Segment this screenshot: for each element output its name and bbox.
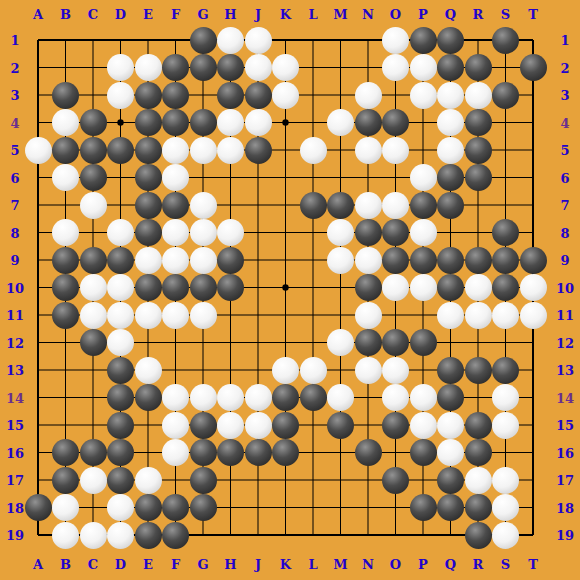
col-label-top-M[interactable]: M [333,8,347,21]
stone-black[interactable] [382,109,409,136]
stone-white[interactable] [355,192,382,219]
stone-white[interactable] [190,137,217,164]
stone-white[interactable] [190,219,217,246]
row-label-right-19[interactable]: 19 [556,529,574,542]
stone-black[interactable] [437,54,464,81]
stone-white[interactable] [107,494,134,521]
row-label-left-16[interactable]: 16 [6,446,24,459]
stone-black[interactable] [300,384,327,411]
stone-black[interactable] [410,329,437,356]
stone-black[interactable] [162,82,189,109]
stone-black[interactable] [492,219,519,246]
col-label-bottom-G[interactable]: G [197,558,208,571]
stone-black[interactable] [217,274,244,301]
col-label-bottom-B[interactable]: B [60,558,71,571]
row-label-right-17[interactable]: 17 [556,474,574,487]
stone-black[interactable] [107,384,134,411]
stone-black[interactable] [465,137,492,164]
stone-black[interactable] [437,467,464,494]
stone-black[interactable] [135,137,162,164]
stone-black[interactable] [135,494,162,521]
stone-black[interactable] [190,494,217,521]
stone-white[interactable] [162,412,189,439]
stone-white[interactable] [520,274,547,301]
hoshi-dot [117,119,123,125]
stone-white[interactable] [107,82,134,109]
stone-black[interactable] [465,54,492,81]
stone-white[interactable] [272,54,299,81]
stone-black[interactable] [135,219,162,246]
stone-black[interactable] [217,439,244,466]
stone-black[interactable] [437,274,464,301]
row-label-right-18[interactable]: 18 [556,501,574,514]
stone-black[interactable] [410,192,437,219]
stone-white[interactable] [245,54,272,81]
stone-white[interactable] [465,82,492,109]
stone-black[interactable] [465,494,492,521]
stone-white[interactable] [245,109,272,136]
stone-black[interactable] [520,247,547,274]
stone-black[interactable] [355,329,382,356]
stone-white[interactable] [52,109,79,136]
col-label-bottom-K[interactable]: K [280,558,291,571]
stone-black[interactable] [465,522,492,549]
stone-black[interactable] [437,164,464,191]
stone-black[interactable] [382,329,409,356]
stone-black[interactable] [382,412,409,439]
row-label-left-18[interactable]: 18 [6,501,24,514]
stone-black[interactable] [355,274,382,301]
stone-black[interactable] [437,357,464,384]
stone-white[interactable] [355,137,382,164]
stone-black[interactable] [107,137,134,164]
row-label-left-10[interactable]: 10 [6,281,24,294]
stone-white[interactable] [135,357,162,384]
stone-black[interactable] [135,192,162,219]
stone-white[interactable] [245,27,272,54]
stone-black[interactable] [245,439,272,466]
row-label-right-4[interactable]: 4 [560,116,569,129]
stone-black[interactable] [80,439,107,466]
stone-white[interactable] [135,247,162,274]
col-label-bottom-E[interactable]: E [143,558,153,571]
stone-white[interactable] [327,247,354,274]
stone-black[interactable] [492,27,519,54]
stone-black[interactable] [80,247,107,274]
stone-white[interactable] [52,494,79,521]
stone-white[interactable] [410,412,437,439]
stone-black[interactable] [465,109,492,136]
stone-black[interactable] [80,329,107,356]
stone-white[interactable] [382,357,409,384]
col-label-bottom-L[interactable]: L [308,558,317,571]
stone-white[interactable] [25,137,52,164]
stone-black[interactable] [80,137,107,164]
hoshi-dot [282,119,288,125]
col-label-bottom-R[interactable]: R [473,558,484,571]
stone-black[interactable] [465,247,492,274]
col-label-top-A[interactable]: A [33,8,43,21]
col-label-bottom-Q[interactable]: Q [445,558,456,571]
stone-black[interactable] [162,522,189,549]
col-label-top-R[interactable]: R [473,8,484,21]
stone-black[interactable] [52,247,79,274]
stone-black[interactable] [190,27,217,54]
stone-black[interactable] [492,274,519,301]
stone-black[interactable] [190,274,217,301]
stone-black[interactable] [437,247,464,274]
stone-black[interactable] [135,109,162,136]
col-label-top-Q[interactable]: Q [445,8,456,21]
col-label-bottom-N[interactable]: N [362,558,374,571]
stone-black[interactable] [492,247,519,274]
row-label-left-8[interactable]: 8 [10,226,19,239]
row-label-right-14[interactable]: 14 [556,391,574,404]
stone-black[interactable] [52,137,79,164]
stone-white[interactable] [80,522,107,549]
row-label-left-15[interactable]: 15 [6,419,24,432]
stone-black[interactable] [135,274,162,301]
stone-white[interactable] [80,192,107,219]
stone-black[interactable] [135,164,162,191]
col-label-bottom-F[interactable]: F [171,558,180,571]
stone-white[interactable] [327,109,354,136]
stone-black[interactable] [492,357,519,384]
stone-white[interactable] [217,137,244,164]
stone-white[interactable] [382,274,409,301]
col-label-top-P[interactable]: P [418,8,428,21]
stone-white[interactable] [107,329,134,356]
stone-black[interactable] [410,439,437,466]
stone-black[interactable] [190,109,217,136]
stone-black[interactable] [80,164,107,191]
stone-black[interactable] [410,27,437,54]
stone-black[interactable] [162,192,189,219]
row-label-right-11[interactable]: 11 [556,309,574,322]
stone-white[interactable] [52,522,79,549]
col-label-top-T[interactable]: T [528,8,538,21]
stone-white[interactable] [382,384,409,411]
stone-white[interactable] [162,439,189,466]
row-label-right-9[interactable]: 9 [560,254,569,267]
stone-black[interactable] [355,219,382,246]
col-label-bottom-D[interactable]: D [115,558,126,571]
stone-white[interactable] [382,27,409,54]
col-label-bottom-T[interactable]: T [528,558,538,571]
row-label-left-9[interactable]: 9 [10,254,19,267]
stone-white[interactable] [107,219,134,246]
stone-black[interactable] [465,412,492,439]
stone-white[interactable] [437,82,464,109]
stone-white[interactable] [492,302,519,329]
stone-white[interactable] [382,137,409,164]
stone-white[interactable] [382,54,409,81]
stone-white[interactable] [437,439,464,466]
stone-white[interactable] [162,137,189,164]
stone-white[interactable] [80,302,107,329]
col-label-top-E[interactable]: E [143,8,153,21]
col-label-top-O[interactable]: O [390,8,401,21]
stone-black[interactable] [162,274,189,301]
stone-white[interactable] [492,467,519,494]
col-label-bottom-M[interactable]: M [333,558,347,571]
stone-white[interactable] [410,82,437,109]
stone-black[interactable] [355,439,382,466]
row-label-left-7[interactable]: 7 [10,199,19,212]
stone-white[interactable] [162,302,189,329]
stone-black[interactable] [135,82,162,109]
stone-white[interactable] [492,412,519,439]
stone-black[interactable] [107,412,134,439]
stone-white[interactable] [52,164,79,191]
stone-white[interactable] [437,137,464,164]
stone-white[interactable] [410,384,437,411]
row-label-left-3[interactable]: 3 [10,89,19,102]
stone-white[interactable] [355,357,382,384]
col-label-bottom-J[interactable]: J [255,558,261,571]
stone-white[interactable] [327,384,354,411]
stone-black[interactable] [217,54,244,81]
stone-white[interactable] [300,137,327,164]
stone-white[interactable] [437,109,464,136]
stone-black[interactable] [52,302,79,329]
stone-white[interactable] [162,384,189,411]
stone-white[interactable] [355,302,382,329]
row-label-right-16[interactable]: 16 [556,446,574,459]
stone-white[interactable] [162,247,189,274]
stone-black[interactable] [465,439,492,466]
stone-black[interactable] [52,467,79,494]
stone-white[interactable] [52,219,79,246]
stone-white[interactable] [245,384,272,411]
stone-black[interactable] [190,54,217,81]
stone-white[interactable] [217,27,244,54]
stone-white[interactable] [217,219,244,246]
stone-white[interactable] [217,109,244,136]
row-label-right-12[interactable]: 12 [556,336,574,349]
col-label-bottom-O[interactable]: O [390,558,401,571]
stone-white[interactable] [190,384,217,411]
row-label-left-11[interactable]: 11 [6,309,24,322]
stone-black[interactable] [437,192,464,219]
row-label-left-19[interactable]: 19 [6,529,24,542]
stone-black[interactable] [52,439,79,466]
stone-white[interactable] [162,164,189,191]
row-label-right-5[interactable]: 5 [560,144,569,157]
stone-white[interactable] [107,302,134,329]
stone-white[interactable] [327,329,354,356]
col-label-top-B[interactable]: B [60,8,71,21]
stone-black[interactable] [190,439,217,466]
stone-white[interactable] [190,302,217,329]
stone-black[interactable] [245,82,272,109]
stone-black[interactable] [410,494,437,521]
col-label-bottom-A[interactable]: A [33,558,43,571]
row-label-right-7[interactable]: 7 [560,199,569,212]
stone-white[interactable] [190,247,217,274]
stone-black[interactable] [465,164,492,191]
stone-white[interactable] [300,357,327,384]
row-label-right-6[interactable]: 6 [560,171,569,184]
stone-white[interactable] [492,384,519,411]
stone-black[interactable] [327,192,354,219]
stone-black[interactable] [382,219,409,246]
stone-white[interactable] [492,522,519,549]
col-label-top-F[interactable]: F [171,8,180,21]
stone-black[interactable] [437,384,464,411]
row-label-right-2[interactable]: 2 [560,61,569,74]
stone-black[interactable] [52,82,79,109]
stone-black[interactable] [437,27,464,54]
row-label-right-13[interactable]: 13 [556,364,574,377]
hoshi-dot [282,284,288,290]
stone-white[interactable] [465,467,492,494]
col-label-top-N[interactable]: N [362,8,374,21]
col-label-bottom-P[interactable]: P [418,558,428,571]
col-label-top-D[interactable]: D [115,8,126,21]
col-label-top-H[interactable]: H [224,8,236,21]
stone-white[interactable] [80,274,107,301]
row-label-right-10[interactable]: 10 [556,281,574,294]
stone-white[interactable] [410,219,437,246]
stone-black[interactable] [245,137,272,164]
stone-black[interactable] [190,467,217,494]
stone-black[interactable] [162,494,189,521]
row-label-right-15[interactable]: 15 [556,419,574,432]
stone-black[interactable] [410,247,437,274]
col-label-bottom-S[interactable]: S [501,558,510,571]
stone-black[interactable] [492,82,519,109]
col-label-top-C[interactable]: C [88,8,98,21]
row-label-left-1[interactable]: 1 [10,34,19,47]
col-label-top-K[interactable]: K [280,8,291,21]
col-label-top-J[interactable]: J [255,8,261,21]
row-label-left-2[interactable]: 2 [10,61,19,74]
stone-white[interactable] [135,302,162,329]
row-label-left-12[interactable]: 12 [6,336,24,349]
row-label-left-4[interactable]: 4 [10,116,19,129]
stone-black[interactable] [135,384,162,411]
stone-white[interactable] [162,219,189,246]
stone-white[interactable] [217,412,244,439]
stone-white[interactable] [410,274,437,301]
go-board: AABBCCDDEEFFGGHHJJKKLLMMNNOOPPQQRRSSTT11… [0,0,580,580]
stone-black[interactable] [190,412,217,439]
stone-black[interactable] [162,109,189,136]
row-label-left-13[interactable]: 13 [6,364,24,377]
row-label-right-1[interactable]: 1 [560,34,569,47]
stone-white[interactable] [80,467,107,494]
stone-white[interactable] [437,412,464,439]
stone-white[interactable] [190,192,217,219]
row-label-right-3[interactable]: 3 [560,89,569,102]
stone-black[interactable] [80,109,107,136]
stone-black[interactable] [355,109,382,136]
stone-white[interactable] [245,412,272,439]
stone-black[interactable] [327,412,354,439]
stone-black[interactable] [25,494,52,521]
col-label-bottom-C[interactable]: C [88,558,98,571]
stone-black[interactable] [107,247,134,274]
row-label-left-17[interactable]: 17 [6,474,24,487]
col-label-top-L[interactable]: L [308,8,317,21]
stone-black[interactable] [520,54,547,81]
stone-black[interactable] [107,357,134,384]
stone-white[interactable] [437,302,464,329]
stone-white[interactable] [465,302,492,329]
stone-white[interactable] [465,274,492,301]
stone-black[interactable] [300,192,327,219]
row-label-right-8[interactable]: 8 [560,226,569,239]
stone-black[interactable] [382,467,409,494]
col-label-top-S[interactable]: S [501,8,510,21]
stone-white[interactable] [107,274,134,301]
stone-black[interactable] [465,357,492,384]
stone-white[interactable] [520,302,547,329]
stone-black[interactable] [162,54,189,81]
stone-white[interactable] [107,522,134,549]
stone-black[interactable] [217,247,244,274]
col-label-top-G[interactable]: G [197,8,208,21]
stone-white[interactable] [272,82,299,109]
stone-white[interactable] [135,54,162,81]
stone-white[interactable] [355,247,382,274]
stone-white[interactable] [382,192,409,219]
row-label-left-5[interactable]: 5 [10,144,19,157]
row-label-left-6[interactable]: 6 [10,171,19,184]
stone-black[interactable] [52,274,79,301]
stone-white[interactable] [410,54,437,81]
stone-black[interactable] [272,384,299,411]
stone-black[interactable] [107,467,134,494]
stone-black[interactable] [272,439,299,466]
stone-white[interactable] [355,82,382,109]
stone-black[interactable] [217,82,244,109]
col-label-bottom-H[interactable]: H [224,558,236,571]
stone-white[interactable] [327,219,354,246]
stone-black[interactable] [135,522,162,549]
stone-black[interactable] [382,247,409,274]
stone-black[interactable] [272,412,299,439]
stone-white[interactable] [410,164,437,191]
stone-white[interactable] [107,54,134,81]
stone-white[interactable] [135,467,162,494]
stone-white[interactable] [217,384,244,411]
stone-black[interactable] [107,439,134,466]
stone-white[interactable] [492,494,519,521]
stone-white[interactable] [272,357,299,384]
stone-black[interactable] [437,494,464,521]
row-label-left-14[interactable]: 14 [6,391,24,404]
